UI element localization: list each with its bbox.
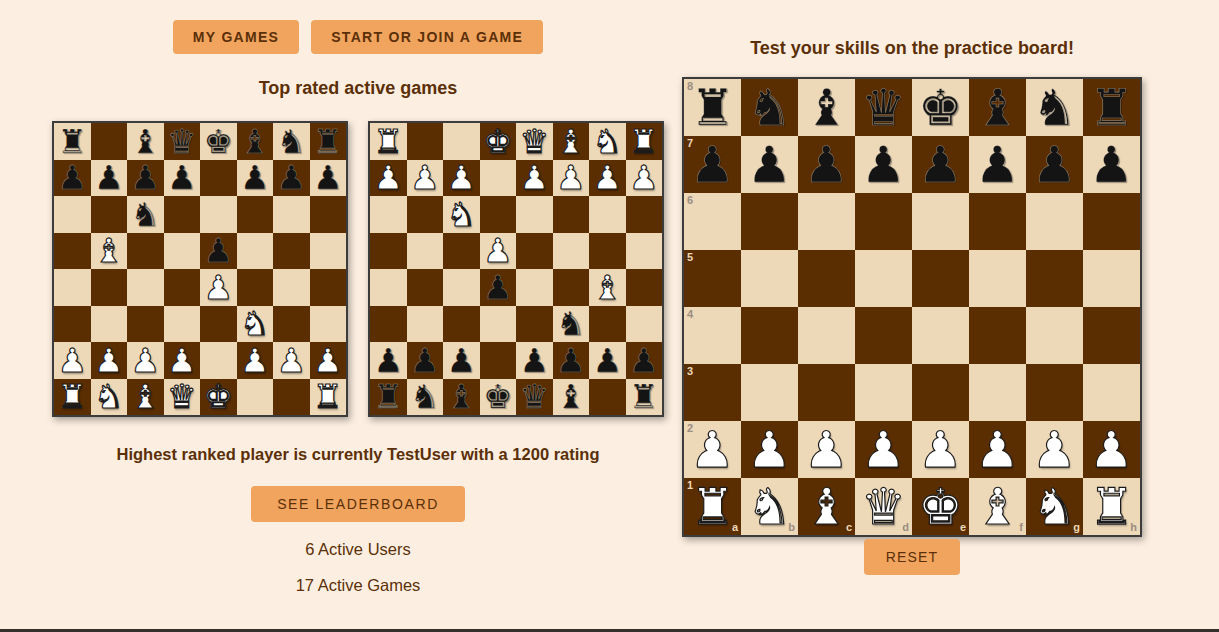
piece-white-rook[interactable]: ♜ bbox=[690, 482, 735, 532]
square-a2: ♟ bbox=[626, 160, 663, 197]
square-h7[interactable]: ♟ bbox=[1083, 136, 1140, 193]
piece-black-pawn[interactable]: ♟ bbox=[1089, 140, 1134, 190]
square-d6 bbox=[516, 306, 553, 343]
square-c8: ♝ bbox=[127, 123, 164, 160]
square-h4 bbox=[310, 269, 347, 306]
piece-black-bishop[interactable]: ♝ bbox=[975, 83, 1020, 133]
square-e6[interactable] bbox=[912, 193, 969, 250]
square-d7: ♟ bbox=[164, 160, 201, 197]
square-a4 bbox=[54, 269, 91, 306]
piece-black-pawn[interactable]: ♟ bbox=[804, 140, 849, 190]
piece-black-pawn: ♟ bbox=[94, 161, 124, 194]
square-b8[interactable]: ♞ bbox=[741, 79, 798, 136]
square-a4[interactable]: 4 bbox=[684, 307, 741, 364]
square-f5[interactable] bbox=[969, 250, 1026, 307]
square-e5[interactable] bbox=[912, 250, 969, 307]
nav-buttons: MY GAMES START OR JOIN A GAME bbox=[173, 20, 543, 54]
piece-white-pawn: ♟ bbox=[203, 271, 233, 304]
piece-white-bishop[interactable]: ♝ bbox=[975, 482, 1020, 532]
piece-white-bishop: ♝ bbox=[592, 271, 622, 304]
square-f6 bbox=[443, 306, 480, 343]
piece-white-knight[interactable]: ♞ bbox=[1032, 482, 1077, 532]
square-e8: ♚ bbox=[200, 123, 237, 160]
square-g1 bbox=[273, 379, 310, 416]
piece-black-king[interactable]: ♚ bbox=[918, 83, 963, 133]
piece-black-pawn: ♟ bbox=[313, 161, 343, 194]
piece-black-queen: ♛ bbox=[167, 125, 197, 158]
square-d4[interactable] bbox=[855, 307, 912, 364]
piece-black-pawn: ♟ bbox=[483, 271, 513, 304]
square-g7[interactable]: ♟ bbox=[1026, 136, 1083, 193]
piece-white-king[interactable]: ♚ bbox=[918, 482, 963, 532]
square-b2: ♟ bbox=[589, 160, 626, 197]
square-e8: ♚ bbox=[480, 379, 517, 416]
square-h3 bbox=[310, 306, 347, 343]
square-f3[interactable] bbox=[969, 364, 1026, 421]
rank-label-8: 8 bbox=[687, 81, 693, 92]
square-h2: ♟ bbox=[310, 342, 347, 379]
chess-board-game-2[interactable]: ♜♚♛♝♞♜♟♟♟♟♟♟♟♞♟♟♝♞♟♟♟♟♟♟♟♜♞♝♚♛♝♜ bbox=[368, 121, 664, 417]
chess-board-game-1[interactable]: ♜♝♛♚♝♞♜♟♟♟♟♟♟♟♞♝♟♟♞♟♟♟♟♟♟♟♜♞♝♛♚♜ bbox=[52, 121, 348, 417]
piece-black-pawn: ♟ bbox=[167, 161, 197, 194]
square-e5: ♟ bbox=[200, 233, 237, 270]
piece-black-knight: ♞ bbox=[276, 125, 306, 158]
active-users-count: 6 Active Users bbox=[305, 540, 410, 559]
rank-label-4: 4 bbox=[687, 309, 693, 320]
square-a5 bbox=[626, 269, 663, 306]
square-g5 bbox=[407, 269, 444, 306]
piece-white-pawn[interactable]: ♟ bbox=[975, 425, 1020, 475]
square-e3[interactable] bbox=[912, 364, 969, 421]
square-e2 bbox=[200, 342, 237, 379]
top-rated-games-heading: Top rated active games bbox=[259, 78, 458, 99]
square-f7: ♟ bbox=[237, 160, 274, 197]
square-e6 bbox=[480, 306, 517, 343]
square-g6 bbox=[273, 196, 310, 233]
square-g1[interactable]: ♞g bbox=[1026, 478, 1083, 535]
piece-black-pawn: ♟ bbox=[203, 234, 233, 267]
square-a2[interactable]: ♟2 bbox=[684, 421, 741, 478]
see-leaderboard-button[interactable]: SEE LEADERBOARD bbox=[251, 486, 465, 522]
square-d8: ♛ bbox=[164, 123, 201, 160]
square-g3 bbox=[273, 306, 310, 343]
square-g8: ♞ bbox=[407, 379, 444, 416]
square-d4 bbox=[516, 233, 553, 270]
piece-white-pawn: ♟ bbox=[519, 161, 549, 194]
square-c3[interactable] bbox=[798, 364, 855, 421]
square-f8[interactable]: ♝ bbox=[969, 79, 1026, 136]
square-f8: ♝ bbox=[443, 379, 480, 416]
piece-black-rook: ♜ bbox=[629, 380, 659, 413]
square-g7: ♟ bbox=[407, 342, 444, 379]
piece-black-knight: ♞ bbox=[130, 198, 160, 231]
square-d8: ♛ bbox=[516, 379, 553, 416]
piece-black-queen[interactable]: ♛ bbox=[861, 83, 906, 133]
piece-black-pawn: ♟ bbox=[629, 344, 659, 377]
square-h4[interactable] bbox=[1083, 307, 1140, 364]
square-g3[interactable] bbox=[1026, 364, 1083, 421]
square-b1[interactable]: ♞b bbox=[741, 478, 798, 535]
square-f6[interactable] bbox=[969, 193, 1026, 250]
right-column: Test your skills on the practice board! … bbox=[682, 38, 1142, 575]
square-h3[interactable] bbox=[1083, 364, 1140, 421]
square-f2: ♟ bbox=[237, 342, 274, 379]
square-g5[interactable] bbox=[1026, 250, 1083, 307]
file-label-h: h bbox=[1130, 522, 1137, 533]
piece-black-pawn[interactable]: ♟ bbox=[975, 140, 1020, 190]
square-h6 bbox=[310, 196, 347, 233]
practice-board-heading: Test your skills on the practice board! bbox=[750, 38, 1074, 59]
square-c4[interactable] bbox=[798, 307, 855, 364]
top-rated-boards-row: ♜♝♛♚♝♞♜♟♟♟♟♟♟♟♞♝♟♟♞♟♟♟♟♟♟♟♜♞♝♛♚♜ ♜♚♛♝♞♜♟… bbox=[52, 121, 664, 417]
square-a1[interactable]: ♜1a bbox=[684, 478, 741, 535]
piece-white-bishop: ♝ bbox=[130, 380, 160, 413]
piece-black-rook[interactable]: ♜ bbox=[1089, 83, 1134, 133]
square-g6[interactable] bbox=[1026, 193, 1083, 250]
square-g5 bbox=[273, 233, 310, 270]
piece-white-pawn[interactable]: ♟ bbox=[1032, 425, 1077, 475]
square-h1: ♜ bbox=[370, 123, 407, 160]
square-f5 bbox=[237, 233, 274, 270]
piece-white-pawn: ♟ bbox=[629, 161, 659, 194]
square-a7[interactable]: ♟7 bbox=[684, 136, 741, 193]
piece-black-pawn: ♟ bbox=[130, 161, 160, 194]
square-f7[interactable]: ♟ bbox=[969, 136, 1026, 193]
square-b2[interactable]: ♟ bbox=[741, 421, 798, 478]
piece-black-pawn: ♟ bbox=[446, 344, 476, 377]
square-d8[interactable]: ♛ bbox=[855, 79, 912, 136]
square-a5 bbox=[54, 233, 91, 270]
piece-black-pawn: ♟ bbox=[410, 344, 440, 377]
piece-black-queen: ♛ bbox=[519, 380, 549, 413]
square-e3 bbox=[200, 306, 237, 343]
piece-white-pawn[interactable]: ♟ bbox=[690, 425, 735, 475]
piece-white-pawn: ♟ bbox=[483, 234, 513, 267]
square-h5[interactable] bbox=[1083, 250, 1140, 307]
piece-black-rook: ♜ bbox=[373, 380, 403, 413]
piece-black-pawn: ♟ bbox=[57, 161, 87, 194]
square-c6: ♞ bbox=[553, 306, 590, 343]
square-d2: ♟ bbox=[164, 342, 201, 379]
square-h4 bbox=[370, 233, 407, 270]
piece-white-knight[interactable]: ♞ bbox=[747, 482, 792, 532]
square-b6 bbox=[589, 306, 626, 343]
square-c3 bbox=[127, 306, 164, 343]
square-c4 bbox=[127, 269, 164, 306]
piece-black-rook: ♜ bbox=[57, 125, 87, 158]
piece-white-rook: ♜ bbox=[629, 125, 659, 158]
square-a8: ♜ bbox=[54, 123, 91, 160]
square-c1: ♝ bbox=[553, 123, 590, 160]
square-h8[interactable]: ♜ bbox=[1083, 79, 1140, 136]
piece-black-pawn: ♟ bbox=[373, 344, 403, 377]
square-c2: ♟ bbox=[127, 342, 164, 379]
square-h3 bbox=[370, 196, 407, 233]
square-e4: ♟ bbox=[480, 233, 517, 270]
piece-black-bishop: ♝ bbox=[130, 125, 160, 158]
square-f1 bbox=[443, 123, 480, 160]
file-label-f: f bbox=[1019, 522, 1023, 533]
piece-black-pawn[interactable]: ♟ bbox=[1032, 140, 1077, 190]
square-c7: ♟ bbox=[553, 342, 590, 379]
square-a3 bbox=[54, 306, 91, 343]
piece-black-rook: ♜ bbox=[313, 125, 343, 158]
square-f4 bbox=[443, 233, 480, 270]
piece-white-bishop[interactable]: ♝ bbox=[804, 482, 849, 532]
square-b5: ♝ bbox=[589, 269, 626, 306]
square-g8: ♞ bbox=[273, 123, 310, 160]
piece-black-pawn: ♟ bbox=[240, 161, 270, 194]
square-c5 bbox=[127, 233, 164, 270]
square-b1: ♞ bbox=[91, 379, 128, 416]
square-h7: ♟ bbox=[370, 342, 407, 379]
square-d4 bbox=[164, 269, 201, 306]
piece-white-pawn[interactable]: ♟ bbox=[1089, 425, 1134, 475]
square-d3 bbox=[516, 196, 553, 233]
square-a5[interactable]: 5 bbox=[684, 250, 741, 307]
square-g6 bbox=[407, 306, 444, 343]
square-f3: ♞ bbox=[443, 196, 480, 233]
square-e2[interactable]: ♟ bbox=[912, 421, 969, 478]
square-c3 bbox=[553, 196, 590, 233]
square-g8[interactable]: ♞ bbox=[1026, 79, 1083, 136]
piece-black-bishop: ♝ bbox=[240, 125, 270, 158]
square-d6[interactable] bbox=[855, 193, 912, 250]
square-a4 bbox=[626, 233, 663, 270]
square-f1[interactable]: ♝f bbox=[969, 478, 1026, 535]
piece-white-pawn: ♟ bbox=[410, 161, 440, 194]
piece-white-knight: ♞ bbox=[592, 125, 622, 158]
square-b4[interactable] bbox=[741, 307, 798, 364]
piece-white-pawn: ♟ bbox=[94, 344, 124, 377]
square-c8[interactable]: ♝ bbox=[798, 79, 855, 136]
square-g4 bbox=[407, 233, 444, 270]
reset-button[interactable]: RESET bbox=[864, 539, 961, 575]
square-g4[interactable] bbox=[1026, 307, 1083, 364]
square-h1[interactable]: ♜h bbox=[1083, 478, 1140, 535]
piece-white-knight: ♞ bbox=[240, 307, 270, 340]
file-label-d: d bbox=[902, 522, 909, 533]
square-d6 bbox=[164, 196, 201, 233]
square-g2: ♟ bbox=[407, 160, 444, 197]
square-h7: ♟ bbox=[310, 160, 347, 197]
square-a7: ♟ bbox=[626, 342, 663, 379]
square-f8: ♝ bbox=[237, 123, 274, 160]
piece-black-rook[interactable]: ♜ bbox=[690, 83, 735, 133]
square-d2: ♟ bbox=[516, 160, 553, 197]
file-label-c: c bbox=[846, 522, 852, 533]
square-a1: ♜ bbox=[626, 123, 663, 160]
square-h5 bbox=[370, 269, 407, 306]
square-e6 bbox=[200, 196, 237, 233]
square-g1 bbox=[407, 123, 444, 160]
square-e7 bbox=[480, 342, 517, 379]
square-f4[interactable] bbox=[969, 307, 1026, 364]
square-e1: ♚ bbox=[200, 379, 237, 416]
piece-black-bishop[interactable]: ♝ bbox=[804, 83, 849, 133]
highest-ranked-status: Highest ranked player is currently TestU… bbox=[117, 445, 600, 464]
piece-white-king: ♚ bbox=[483, 125, 513, 158]
square-a6 bbox=[626, 306, 663, 343]
piece-white-pawn[interactable]: ♟ bbox=[918, 425, 963, 475]
square-c5[interactable] bbox=[798, 250, 855, 307]
active-games-count: 17 Active Games bbox=[296, 576, 421, 595]
piece-black-pawn[interactable]: ♟ bbox=[861, 140, 906, 190]
square-h2: ♟ bbox=[370, 160, 407, 197]
piece-black-bishop: ♝ bbox=[446, 380, 476, 413]
square-f1 bbox=[237, 379, 274, 416]
square-e2 bbox=[480, 160, 517, 197]
piece-white-rook: ♜ bbox=[313, 380, 343, 413]
square-d3[interactable] bbox=[855, 364, 912, 421]
square-b7: ♟ bbox=[589, 342, 626, 379]
piece-white-rook: ♜ bbox=[373, 125, 403, 158]
square-f4 bbox=[237, 269, 274, 306]
square-c1[interactable]: ♝c bbox=[798, 478, 855, 535]
piece-white-pawn: ♟ bbox=[276, 344, 306, 377]
piece-white-bishop: ♝ bbox=[556, 125, 586, 158]
square-a6 bbox=[54, 196, 91, 233]
square-b3[interactable] bbox=[741, 364, 798, 421]
rank-label-6: 6 bbox=[687, 195, 693, 206]
piece-black-pawn: ♟ bbox=[592, 344, 622, 377]
rank-label-5: 5 bbox=[687, 252, 693, 263]
start-or-join-game-button[interactable]: START OR JOIN A GAME bbox=[311, 20, 543, 54]
square-a7: ♟ bbox=[54, 160, 91, 197]
piece-white-pawn: ♟ bbox=[57, 344, 87, 377]
square-d3 bbox=[164, 306, 201, 343]
square-d7: ♟ bbox=[516, 342, 553, 379]
piece-black-bishop: ♝ bbox=[556, 380, 586, 413]
piece-white-bishop: ♝ bbox=[94, 234, 124, 267]
square-c6[interactable] bbox=[798, 193, 855, 250]
square-h6[interactable] bbox=[1083, 193, 1140, 250]
square-c6: ♞ bbox=[127, 196, 164, 233]
piece-black-pawn[interactable]: ♟ bbox=[747, 140, 792, 190]
square-e1[interactable]: ♚e bbox=[912, 478, 969, 535]
piece-white-queen: ♛ bbox=[167, 380, 197, 413]
square-a3[interactable]: 3 bbox=[684, 364, 741, 421]
square-e4: ♟ bbox=[200, 269, 237, 306]
square-b8 bbox=[91, 123, 128, 160]
square-g2[interactable]: ♟ bbox=[1026, 421, 1083, 478]
square-g7: ♟ bbox=[273, 160, 310, 197]
piece-white-king: ♚ bbox=[203, 380, 233, 413]
square-a3 bbox=[626, 196, 663, 233]
piece-black-pawn[interactable]: ♟ bbox=[690, 140, 735, 190]
piece-white-pawn: ♟ bbox=[556, 161, 586, 194]
square-e1: ♚ bbox=[480, 123, 517, 160]
piece-white-pawn: ♟ bbox=[313, 344, 343, 377]
file-label-g: g bbox=[1073, 522, 1080, 533]
practice-chess-board[interactable]: ♜8♞♝♛♚♝♞♜♟7♟♟♟♟♟♟♟6543♟2♟♟♟♟♟♟♟♜1a♞b♝c♛d… bbox=[682, 77, 1142, 537]
square-h8: ♜ bbox=[370, 379, 407, 416]
square-a6[interactable]: 6 bbox=[684, 193, 741, 250]
piece-black-king: ♚ bbox=[203, 125, 233, 158]
square-e7[interactable]: ♟ bbox=[912, 136, 969, 193]
square-c4 bbox=[553, 233, 590, 270]
piece-white-rook[interactable]: ♜ bbox=[1089, 482, 1134, 532]
square-e3 bbox=[480, 196, 517, 233]
piece-black-pawn: ♟ bbox=[519, 344, 549, 377]
rank-label-7: 7 bbox=[687, 138, 693, 149]
piece-white-pawn: ♟ bbox=[240, 344, 270, 377]
piece-white-pawn: ♟ bbox=[446, 161, 476, 194]
square-c2[interactable]: ♟ bbox=[798, 421, 855, 478]
rank-label-2: 2 bbox=[687, 423, 693, 434]
piece-black-pawn[interactable]: ♟ bbox=[918, 140, 963, 190]
piece-white-queen[interactable]: ♛ bbox=[861, 482, 906, 532]
square-d2[interactable]: ♟ bbox=[855, 421, 912, 478]
square-a8[interactable]: ♜8 bbox=[684, 79, 741, 136]
piece-white-knight: ♞ bbox=[94, 380, 124, 413]
square-b3 bbox=[91, 306, 128, 343]
square-b6 bbox=[91, 196, 128, 233]
piece-black-knight: ♞ bbox=[556, 307, 586, 340]
piece-white-pawn: ♟ bbox=[373, 161, 403, 194]
square-b6[interactable] bbox=[741, 193, 798, 250]
piece-black-pawn: ♟ bbox=[276, 161, 306, 194]
square-a8: ♜ bbox=[626, 379, 663, 416]
left-column: MY GAMES START OR JOIN A GAME Top rated … bbox=[42, 12, 674, 595]
piece-white-knight: ♞ bbox=[446, 198, 476, 231]
square-c2: ♟ bbox=[553, 160, 590, 197]
square-e8[interactable]: ♚ bbox=[912, 79, 969, 136]
piece-white-pawn: ♟ bbox=[130, 344, 160, 377]
piece-black-knight[interactable]: ♞ bbox=[747, 83, 792, 133]
square-c5 bbox=[553, 269, 590, 306]
square-e5: ♟ bbox=[480, 269, 517, 306]
piece-white-rook: ♜ bbox=[57, 380, 87, 413]
piece-black-king: ♚ bbox=[483, 380, 513, 413]
square-d5[interactable] bbox=[855, 250, 912, 307]
square-h2[interactable]: ♟ bbox=[1083, 421, 1140, 478]
square-b2: ♟ bbox=[91, 342, 128, 379]
square-b7: ♟ bbox=[91, 160, 128, 197]
square-e7 bbox=[200, 160, 237, 197]
piece-black-knight[interactable]: ♞ bbox=[1032, 83, 1077, 133]
rank-label-3: 3 bbox=[687, 366, 693, 377]
square-f2[interactable]: ♟ bbox=[969, 421, 1026, 478]
square-b4 bbox=[589, 233, 626, 270]
file-label-e: e bbox=[960, 522, 966, 533]
square-b4 bbox=[91, 269, 128, 306]
square-g4 bbox=[273, 269, 310, 306]
square-b1: ♞ bbox=[589, 123, 626, 160]
square-d7[interactable]: ♟ bbox=[855, 136, 912, 193]
square-h5 bbox=[310, 233, 347, 270]
square-f5 bbox=[443, 269, 480, 306]
square-d1[interactable]: ♛d bbox=[855, 478, 912, 535]
square-b3 bbox=[589, 196, 626, 233]
square-f3: ♞ bbox=[237, 306, 274, 343]
square-b7[interactable]: ♟ bbox=[741, 136, 798, 193]
rank-label-1: 1 bbox=[687, 480, 693, 491]
piece-white-pawn: ♟ bbox=[167, 344, 197, 377]
square-b8 bbox=[589, 379, 626, 416]
square-c8: ♝ bbox=[553, 379, 590, 416]
square-c7[interactable]: ♟ bbox=[798, 136, 855, 193]
piece-white-pawn[interactable]: ♟ bbox=[747, 425, 792, 475]
square-e4[interactable] bbox=[912, 307, 969, 364]
my-games-button[interactable]: MY GAMES bbox=[173, 20, 299, 54]
square-f6 bbox=[237, 196, 274, 233]
piece-white-pawn[interactable]: ♟ bbox=[861, 425, 906, 475]
square-b5[interactable] bbox=[741, 250, 798, 307]
piece-white-pawn[interactable]: ♟ bbox=[804, 425, 849, 475]
square-g3 bbox=[407, 196, 444, 233]
square-h1: ♜ bbox=[310, 379, 347, 416]
